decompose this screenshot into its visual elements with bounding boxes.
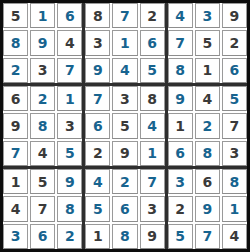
- cell-r5c2[interactable]: 8: [30, 113, 55, 138]
- cell-r6c7[interactable]: 6: [168, 141, 193, 166]
- cell-r6c6[interactable]: 1: [140, 141, 165, 166]
- box-1: 516894237: [3, 3, 82, 83]
- cell-r2c6[interactable]: 6: [140, 30, 165, 55]
- cell-r7c7[interactable]: 3: [168, 169, 193, 194]
- cell-r3c2[interactable]: 3: [30, 58, 55, 83]
- cell-r6c2[interactable]: 4: [30, 141, 55, 166]
- cell-r8c3[interactable]: 8: [57, 196, 82, 221]
- box-2: 872316945: [85, 3, 164, 83]
- cell-r2c4[interactable]: 3: [85, 30, 110, 55]
- cell-r9c2[interactable]: 6: [30, 224, 55, 249]
- cell-r9c7[interactable]: 5: [168, 224, 193, 249]
- cell-r1c2[interactable]: 1: [30, 3, 55, 28]
- cell-r1c8[interactable]: 3: [195, 3, 220, 28]
- box-4: 621983745: [3, 86, 82, 166]
- cell-r7c3[interactable]: 9: [57, 169, 82, 194]
- cell-r1c3[interactable]: 6: [57, 3, 82, 28]
- cell-r9c9[interactable]: 4: [222, 224, 247, 249]
- cell-r6c8[interactable]: 8: [195, 141, 220, 166]
- cell-r6c5[interactable]: 9: [112, 141, 137, 166]
- cell-r1c7[interactable]: 4: [168, 3, 193, 28]
- cell-r9c1[interactable]: 3: [3, 224, 28, 249]
- cell-r6c1[interactable]: 7: [3, 141, 28, 166]
- cell-r6c4[interactable]: 2: [85, 141, 110, 166]
- box-3: 439752816: [168, 3, 247, 83]
- cell-r7c9[interactable]: 8: [222, 169, 247, 194]
- cell-r8c7[interactable]: 2: [168, 196, 193, 221]
- cell-r7c2[interactable]: 5: [30, 169, 55, 194]
- box-5: 738654291: [85, 86, 164, 166]
- cell-r4c6[interactable]: 8: [140, 86, 165, 111]
- cell-r7c8[interactable]: 6: [195, 169, 220, 194]
- cell-r7c6[interactable]: 7: [140, 169, 165, 194]
- cell-r7c4[interactable]: 4: [85, 169, 110, 194]
- cell-r8c5[interactable]: 6: [112, 196, 137, 221]
- cell-r2c7[interactable]: 7: [168, 30, 193, 55]
- cell-r6c9[interactable]: 3: [222, 141, 247, 166]
- sudoku-board: 5168942378723169454397528166219837457386…: [0, 0, 250, 252]
- cell-r2c2[interactable]: 9: [30, 30, 55, 55]
- cell-r2c8[interactable]: 5: [195, 30, 220, 55]
- cell-r8c1[interactable]: 4: [3, 196, 28, 221]
- box-9: 368291574: [168, 169, 247, 249]
- cell-r9c5[interactable]: 8: [112, 224, 137, 249]
- cell-r4c1[interactable]: 6: [3, 86, 28, 111]
- cell-r5c9[interactable]: 7: [222, 113, 247, 138]
- cell-r4c8[interactable]: 4: [195, 86, 220, 111]
- box-6: 945127683: [168, 86, 247, 166]
- cell-r1c6[interactable]: 2: [140, 3, 165, 28]
- cell-r7c1[interactable]: 1: [3, 169, 28, 194]
- cell-r3c6[interactable]: 5: [140, 58, 165, 83]
- cell-r9c6[interactable]: 9: [140, 224, 165, 249]
- cell-r5c8[interactable]: 2: [195, 113, 220, 138]
- cell-r8c2[interactable]: 7: [30, 196, 55, 221]
- cell-r1c1[interactable]: 5: [3, 3, 28, 28]
- cell-r3c9[interactable]: 6: [222, 58, 247, 83]
- cell-r4c7[interactable]: 9: [168, 86, 193, 111]
- cell-r3c7[interactable]: 8: [168, 58, 193, 83]
- cell-r3c3[interactable]: 7: [57, 58, 82, 83]
- cell-r2c1[interactable]: 8: [3, 30, 28, 55]
- cell-r8c8[interactable]: 9: [195, 196, 220, 221]
- cell-r9c3[interactable]: 2: [57, 224, 82, 249]
- cell-r4c9[interactable]: 5: [222, 86, 247, 111]
- cell-r6c3[interactable]: 5: [57, 141, 82, 166]
- cell-r8c4[interactable]: 5: [85, 196, 110, 221]
- cell-r2c9[interactable]: 2: [222, 30, 247, 55]
- cell-r1c5[interactable]: 7: [112, 3, 137, 28]
- cell-r4c4[interactable]: 7: [85, 86, 110, 111]
- cell-r9c8[interactable]: 7: [195, 224, 220, 249]
- cell-r1c9[interactable]: 9: [222, 3, 247, 28]
- box-7: 159478362: [3, 169, 82, 249]
- cell-r5c6[interactable]: 4: [140, 113, 165, 138]
- cell-r4c3[interactable]: 1: [57, 86, 82, 111]
- cell-r3c1[interactable]: 2: [3, 58, 28, 83]
- cell-r9c4[interactable]: 1: [85, 224, 110, 249]
- cell-r5c3[interactable]: 3: [57, 113, 82, 138]
- cell-r8c9[interactable]: 1: [222, 196, 247, 221]
- cell-r5c7[interactable]: 1: [168, 113, 193, 138]
- cell-r7c5[interactable]: 2: [112, 169, 137, 194]
- cell-r2c3[interactable]: 4: [57, 30, 82, 55]
- cell-r1c4[interactable]: 8: [85, 3, 110, 28]
- sudoku-grid: 5168942378723169454397528166219837457386…: [0, 0, 250, 252]
- cell-r5c4[interactable]: 6: [85, 113, 110, 138]
- cell-r5c5[interactable]: 5: [112, 113, 137, 138]
- cell-r5c1[interactable]: 9: [3, 113, 28, 138]
- cell-r3c5[interactable]: 4: [112, 58, 137, 83]
- cell-r4c5[interactable]: 3: [112, 86, 137, 111]
- cell-r3c8[interactable]: 1: [195, 58, 220, 83]
- cell-r8c6[interactable]: 3: [140, 196, 165, 221]
- cell-r2c5[interactable]: 1: [112, 30, 137, 55]
- box-8: 427563189: [85, 169, 164, 249]
- cell-r3c4[interactable]: 9: [85, 58, 110, 83]
- cell-r4c2[interactable]: 2: [30, 86, 55, 111]
